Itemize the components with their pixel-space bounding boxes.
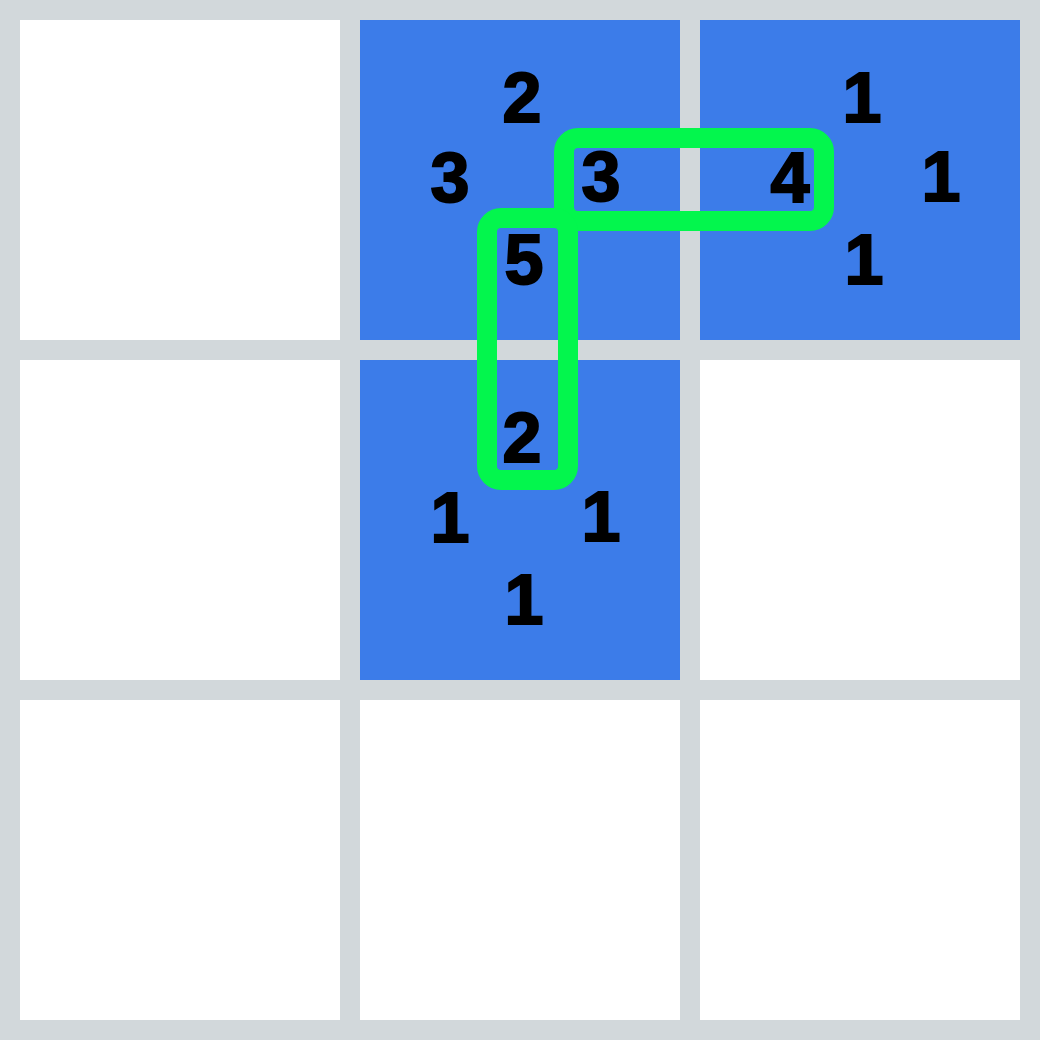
cell-r2c0-empty[interactable] <box>20 700 340 1020</box>
cell-r2c2-empty[interactable] <box>700 700 1020 1020</box>
tile-r0c2-east-number: 1 <box>922 142 961 212</box>
tile-r0c2-south-number: 1 <box>845 225 884 295</box>
tile-r0c1-north-number: 2 <box>503 63 542 133</box>
tile-r1c1-east-number: 1 <box>582 482 621 552</box>
tile-r1c1-south-number: 1 <box>505 565 544 635</box>
puzzle-board: 2 3 3 5 1 4 1 1 2 1 1 1 <box>0 0 1040 1040</box>
tile-r1c1-west-number: 1 <box>431 483 470 553</box>
tile-r1c1-north-number: 2 <box>503 403 542 473</box>
cell-r1c0-empty[interactable] <box>20 360 340 680</box>
cell-r2c1-empty[interactable] <box>360 700 680 1020</box>
tile-r0c1-south-number: 5 <box>505 225 544 295</box>
cell-r1c2-empty[interactable] <box>700 360 1020 680</box>
cell-r0c0-empty[interactable] <box>20 20 340 340</box>
tile-r0c2[interactable]: 1 4 1 1 <box>700 20 1020 340</box>
tile-r0c1-east-number: 3 <box>582 142 621 212</box>
tile-r1c1[interactable]: 2 1 1 1 <box>360 360 680 680</box>
tile-r0c2-north-number: 1 <box>843 63 882 133</box>
game-screen: 2 3 3 5 1 4 1 1 2 1 1 1 <box>0 0 1040 1040</box>
tile-r0c1-west-number: 3 <box>431 143 470 213</box>
tile-r0c1[interactable]: 2 3 3 5 <box>360 20 680 340</box>
tile-r0c2-west-number: 4 <box>771 143 810 213</box>
